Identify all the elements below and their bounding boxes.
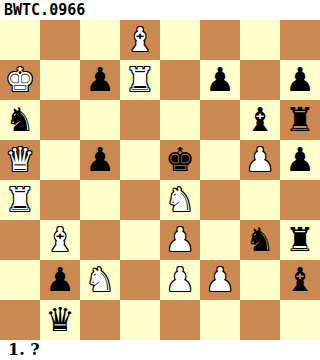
square-f3[interactable] <box>200 220 240 260</box>
square-h3[interactable]: ♜ <box>280 220 320 260</box>
white-bishop-piece: ♝ <box>125 20 155 60</box>
black-pawn-piece: ♟ <box>85 60 115 100</box>
square-g1[interactable] <box>240 300 280 340</box>
square-b6[interactable] <box>40 100 80 140</box>
square-g4[interactable] <box>240 180 280 220</box>
square-f4[interactable] <box>200 180 240 220</box>
square-a5[interactable]: ♛ <box>0 140 40 180</box>
square-a3[interactable] <box>0 220 40 260</box>
square-c8[interactable] <box>80 20 120 60</box>
square-b7[interactable] <box>40 60 80 100</box>
square-b3[interactable]: ♝ <box>40 220 80 260</box>
white-bishop-piece: ♝ <box>45 220 75 260</box>
square-d3[interactable] <box>120 220 160 260</box>
square-f6[interactable] <box>200 100 240 140</box>
black-queen-piece: ♛ <box>45 300 75 340</box>
square-d6[interactable] <box>120 100 160 140</box>
square-h6[interactable]: ♜ <box>280 100 320 140</box>
square-e6[interactable] <box>160 100 200 140</box>
square-d8[interactable]: ♝ <box>120 20 160 60</box>
square-g3[interactable]: ♞ <box>240 220 280 260</box>
square-c1[interactable] <box>80 300 120 340</box>
square-b5[interactable] <box>40 140 80 180</box>
square-h4[interactable] <box>280 180 320 220</box>
square-c2[interactable]: ♞ <box>80 260 120 300</box>
square-c5[interactable]: ♟ <box>80 140 120 180</box>
square-g6[interactable]: ♝ <box>240 100 280 140</box>
black-knight-piece: ♞ <box>5 100 35 140</box>
square-a4[interactable]: ♜ <box>0 180 40 220</box>
square-a8[interactable] <box>0 20 40 60</box>
black-pawn-piece: ♟ <box>285 60 315 100</box>
square-e2[interactable]: ♟ <box>160 260 200 300</box>
square-e5[interactable]: ♚ <box>160 140 200 180</box>
square-g8[interactable] <box>240 20 280 60</box>
square-a2[interactable] <box>0 260 40 300</box>
black-pawn-piece: ♟ <box>205 60 235 100</box>
square-c4[interactable] <box>80 180 120 220</box>
black-king-piece: ♚ <box>165 140 195 180</box>
white-queen-piece: ♛ <box>5 140 35 180</box>
square-c7[interactable]: ♟ <box>80 60 120 100</box>
square-e3[interactable]: ♟ <box>160 220 200 260</box>
square-a7[interactable]: ♚ <box>0 60 40 100</box>
square-e7[interactable] <box>160 60 200 100</box>
square-a1[interactable] <box>0 300 40 340</box>
black-bishop-piece: ♝ <box>245 100 275 140</box>
square-b4[interactable] <box>40 180 80 220</box>
white-knight-piece: ♞ <box>85 260 115 300</box>
square-d1[interactable] <box>120 300 160 340</box>
square-f8[interactable] <box>200 20 240 60</box>
black-rook-piece: ♜ <box>285 220 315 260</box>
square-b2[interactable]: ♟ <box>40 260 80 300</box>
square-e8[interactable] <box>160 20 200 60</box>
square-g2[interactable] <box>240 260 280 300</box>
square-h7[interactable]: ♟ <box>280 60 320 100</box>
white-rook-piece: ♜ <box>5 180 35 220</box>
black-rook-piece: ♜ <box>285 100 315 140</box>
black-bishop-piece: ♝ <box>285 260 315 300</box>
square-e1[interactable] <box>160 300 200 340</box>
square-g5[interactable]: ♟ <box>240 140 280 180</box>
square-d7[interactable]: ♜ <box>120 60 160 100</box>
black-knight-piece: ♞ <box>245 220 275 260</box>
black-pawn-piece: ♟ <box>285 140 315 180</box>
square-h8[interactable] <box>280 20 320 60</box>
square-e4[interactable]: ♞ <box>160 180 200 220</box>
square-b1[interactable]: ♛ <box>40 300 80 340</box>
black-pawn-piece: ♟ <box>85 140 115 180</box>
white-pawn-piece: ♟ <box>165 220 195 260</box>
white-pawn-piece: ♟ <box>165 260 195 300</box>
puzzle-title: BWTC.0966 <box>0 0 320 20</box>
square-c3[interactable] <box>80 220 120 260</box>
move-prompt: 1. ? <box>0 340 320 360</box>
black-pawn-piece: ♟ <box>45 260 75 300</box>
square-f1[interactable] <box>200 300 240 340</box>
white-rook-piece: ♜ <box>125 60 155 100</box>
chess-board: ♝♚♟♜♟♟♞♝♜♛♟♚♟♟♜♞♝♟♞♜♟♞♟♟♝♛ <box>0 20 320 340</box>
square-f5[interactable] <box>200 140 240 180</box>
white-pawn-piece: ♟ <box>245 140 275 180</box>
square-f7[interactable]: ♟ <box>200 60 240 100</box>
white-pawn-piece: ♟ <box>205 260 235 300</box>
square-c6[interactable] <box>80 100 120 140</box>
square-a6[interactable]: ♞ <box>0 100 40 140</box>
white-knight-piece: ♞ <box>165 180 195 220</box>
square-f2[interactable]: ♟ <box>200 260 240 300</box>
square-d4[interactable] <box>120 180 160 220</box>
square-h2[interactable]: ♝ <box>280 260 320 300</box>
square-g7[interactable] <box>240 60 280 100</box>
square-d2[interactable] <box>120 260 160 300</box>
square-d5[interactable] <box>120 140 160 180</box>
white-king-piece: ♚ <box>5 60 35 100</box>
square-b8[interactable] <box>40 20 80 60</box>
square-h1[interactable] <box>280 300 320 340</box>
square-h5[interactable]: ♟ <box>280 140 320 180</box>
